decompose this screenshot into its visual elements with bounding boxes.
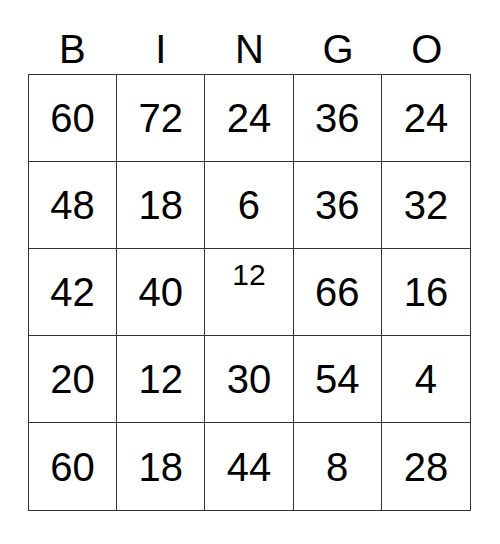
header-letter-i: I	[117, 29, 206, 74]
header-letter-o: O	[382, 29, 471, 74]
header-letter-n: N	[205, 29, 294, 74]
cell-O4[interactable]: 4	[382, 336, 470, 423]
bingo-card-page: B I N G O 60 72 24 36 24 48 18 6 36 32 4…	[0, 0, 500, 544]
header-letter-b: B	[28, 29, 117, 74]
cell-O5[interactable]: 28	[382, 423, 470, 510]
cell-G1[interactable]: 36	[294, 75, 382, 162]
cell-B1[interactable]: 60	[29, 75, 117, 162]
cell-O2[interactable]: 32	[382, 162, 470, 249]
cell-G4[interactable]: 54	[294, 336, 382, 423]
cell-B5[interactable]: 60	[29, 423, 117, 510]
cell-B4[interactable]: 20	[29, 336, 117, 423]
cell-O3[interactable]: 16	[382, 249, 470, 336]
cell-O1[interactable]: 24	[382, 75, 470, 162]
cell-I3[interactable]: 40	[117, 249, 205, 336]
cell-N1[interactable]: 24	[205, 75, 293, 162]
cell-B3[interactable]: 42	[29, 249, 117, 336]
cell-G2[interactable]: 36	[294, 162, 382, 249]
cell-N5[interactable]: 44	[205, 423, 293, 510]
cell-G5[interactable]: 8	[294, 423, 382, 510]
bingo-header-row: B I N G O	[28, 0, 471, 74]
bingo-card: B I N G O 60 72 24 36 24 48 18 6 36 32 4…	[28, 0, 471, 511]
cell-N2[interactable]: 6	[205, 162, 293, 249]
header-letter-g: G	[294, 29, 383, 74]
cell-I5[interactable]: 18	[117, 423, 205, 510]
cell-B2[interactable]: 48	[29, 162, 117, 249]
cell-N4[interactable]: 30	[205, 336, 293, 423]
cell-I2[interactable]: 18	[117, 162, 205, 249]
bingo-grid: 60 72 24 36 24 48 18 6 36 32 42 40 12 66…	[28, 74, 471, 511]
cell-I4[interactable]: 12	[117, 336, 205, 423]
cell-N3-center[interactable]: 12	[205, 249, 293, 336]
cell-I1[interactable]: 72	[117, 75, 205, 162]
cell-G3[interactable]: 66	[294, 249, 382, 336]
